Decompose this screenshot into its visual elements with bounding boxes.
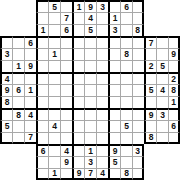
cell-r3c5[interactable] bbox=[60, 36, 72, 48]
outside-area bbox=[24, 12, 36, 24]
cell-r5c14[interactable] bbox=[168, 60, 180, 72]
cell-r11c8[interactable] bbox=[96, 132, 108, 144]
cell-r9c3[interactable] bbox=[36, 108, 48, 120]
cell-r1c8[interactable] bbox=[96, 12, 108, 24]
cell-r8c4[interactable] bbox=[48, 96, 60, 108]
cell-r11c1[interactable] bbox=[12, 132, 24, 144]
cell-r4c7[interactable] bbox=[84, 48, 96, 60]
cell-r11c7[interactable] bbox=[84, 132, 96, 144]
cell-r12c11-given-3[interactable]: 3 bbox=[132, 144, 144, 156]
cell-r10c5[interactable] bbox=[60, 120, 72, 132]
cell-r7c2-given-1[interactable]: 1 bbox=[24, 84, 36, 96]
outside-area bbox=[0, 156, 12, 168]
cell-r11c3[interactable] bbox=[36, 132, 48, 144]
outside-area bbox=[0, 144, 12, 156]
cell-r3c9[interactable] bbox=[108, 36, 120, 48]
cell-r6c7[interactable] bbox=[84, 72, 96, 84]
cell-r4c1[interactable] bbox=[12, 48, 24, 60]
cell-r12c4[interactable] bbox=[48, 144, 60, 156]
cell-r2c6[interactable] bbox=[72, 24, 84, 36]
cell-r14c10-given-8[interactable]: 8 bbox=[120, 168, 132, 180]
cell-r5c7[interactable] bbox=[84, 60, 96, 72]
cell-r6c2[interactable] bbox=[24, 72, 36, 84]
cell-r4c2[interactable] bbox=[24, 48, 36, 60]
cell-r3c2-given-6[interactable]: 6 bbox=[24, 36, 36, 48]
cell-r2c3-given-1[interactable]: 1 bbox=[36, 24, 48, 36]
outside-area bbox=[24, 0, 36, 12]
cell-r7c11[interactable] bbox=[132, 84, 144, 96]
cell-r10c7[interactable] bbox=[84, 120, 96, 132]
cell-r9c6[interactable] bbox=[72, 108, 84, 120]
cell-r4c6[interactable] bbox=[72, 48, 84, 60]
cell-r6c13[interactable] bbox=[156, 72, 168, 84]
outside-area bbox=[144, 168, 156, 180]
cell-r12c9-given-9[interactable]: 9 bbox=[108, 144, 120, 156]
cell-r4c0-given-3[interactable]: 3 bbox=[0, 48, 12, 60]
cell-r11c6[interactable] bbox=[72, 132, 84, 144]
cell-r11c4[interactable] bbox=[48, 132, 60, 144]
cell-r5c8[interactable] bbox=[96, 60, 108, 72]
outside-area bbox=[24, 144, 36, 156]
cell-r6c1[interactable] bbox=[12, 72, 24, 84]
outside-area bbox=[168, 0, 180, 12]
outside-area bbox=[168, 24, 180, 36]
cell-r10c9[interactable] bbox=[108, 120, 120, 132]
outside-area bbox=[0, 168, 12, 180]
cell-r7c9[interactable] bbox=[108, 84, 120, 96]
cell-r14c8-given-4[interactable]: 4 bbox=[96, 168, 108, 180]
cell-r7c6[interactable] bbox=[72, 84, 84, 96]
puzzle-page: 5193674116538673189192542961548818493545… bbox=[0, 0, 180, 180]
cell-r6c8[interactable] bbox=[96, 72, 108, 84]
cell-r9c10[interactable] bbox=[120, 108, 132, 120]
cell-r1c6[interactable] bbox=[72, 12, 84, 24]
cell-r2c11-given-8[interactable]: 8 bbox=[132, 24, 144, 36]
cell-r3c10[interactable] bbox=[120, 36, 132, 48]
outside-area bbox=[156, 144, 168, 156]
outside-area bbox=[156, 156, 168, 168]
cell-r3c0[interactable] bbox=[0, 36, 12, 48]
cell-r9c7[interactable] bbox=[84, 108, 96, 120]
cell-r8c14-given-1[interactable]: 1 bbox=[168, 96, 180, 108]
cell-r0c11[interactable] bbox=[132, 0, 144, 12]
cell-r8c5[interactable] bbox=[60, 96, 72, 108]
cell-r5c13-given-5[interactable]: 5 bbox=[156, 60, 168, 72]
cell-r10c8[interactable] bbox=[96, 120, 108, 132]
outside-area bbox=[168, 144, 180, 156]
cell-r7c14-given-8[interactable]: 8 bbox=[168, 84, 180, 96]
cell-r10c4-given-4[interactable]: 4 bbox=[48, 120, 60, 132]
outside-area bbox=[168, 12, 180, 24]
cell-r10c10-given-5[interactable]: 5 bbox=[120, 120, 132, 132]
cell-r8c13[interactable] bbox=[156, 96, 168, 108]
outside-area bbox=[168, 168, 180, 180]
cell-r11c14[interactable] bbox=[168, 132, 180, 144]
cell-r8c10[interactable] bbox=[120, 96, 132, 108]
cell-r1c4[interactable] bbox=[48, 12, 60, 24]
outside-area bbox=[12, 0, 24, 12]
cell-r2c4[interactable] bbox=[48, 24, 60, 36]
cell-r0c9[interactable] bbox=[108, 0, 120, 12]
cell-r9c9[interactable] bbox=[108, 108, 120, 120]
cell-r5c0[interactable] bbox=[0, 60, 12, 72]
cell-r4c10-given-8[interactable]: 8 bbox=[120, 48, 132, 60]
cell-r14c3[interactable] bbox=[36, 168, 48, 180]
cell-r6c5[interactable] bbox=[60, 72, 72, 84]
cell-r4c3[interactable] bbox=[36, 48, 48, 60]
outside-area bbox=[12, 168, 24, 180]
cell-r12c8[interactable] bbox=[96, 144, 108, 156]
cell-r4c13[interactable] bbox=[156, 48, 168, 60]
cell-r3c13[interactable] bbox=[156, 36, 168, 48]
cell-r3c14[interactable] bbox=[168, 36, 180, 48]
cell-r9c4[interactable] bbox=[48, 108, 60, 120]
cell-r2c8[interactable] bbox=[96, 24, 108, 36]
outside-area bbox=[24, 168, 36, 180]
cell-r10c6[interactable] bbox=[72, 120, 84, 132]
cell-r8c0-given-8[interactable]: 8 bbox=[0, 96, 12, 108]
cell-r6c4[interactable] bbox=[48, 72, 60, 84]
cell-r13c7-given-3[interactable]: 3 bbox=[84, 156, 96, 168]
cell-r12c7-given-1[interactable]: 1 bbox=[84, 144, 96, 156]
cell-r2c10[interactable] bbox=[120, 24, 132, 36]
cell-r10c13[interactable] bbox=[156, 120, 168, 132]
cell-r11c9[interactable] bbox=[108, 132, 120, 144]
cell-r6c6[interactable] bbox=[72, 72, 84, 84]
outside-area bbox=[12, 156, 24, 168]
cell-r7c8[interactable] bbox=[96, 84, 108, 96]
cell-r1c3[interactable] bbox=[36, 12, 48, 24]
cell-r8c11[interactable] bbox=[132, 96, 144, 108]
cell-r5c10[interactable] bbox=[120, 60, 132, 72]
outside-area bbox=[12, 144, 24, 156]
outside-area bbox=[168, 156, 180, 168]
cell-r9c2-given-4[interactable]: 4 bbox=[24, 108, 36, 120]
cell-r11c13[interactable] bbox=[156, 132, 168, 144]
cell-r5c3[interactable] bbox=[36, 60, 48, 72]
cell-r13c11[interactable] bbox=[132, 156, 144, 168]
cell-r0c3[interactable] bbox=[36, 0, 48, 12]
outside-area bbox=[0, 0, 12, 12]
cell-r7c3[interactable] bbox=[36, 84, 48, 96]
cell-r1c9-given-1[interactable]: 1 bbox=[108, 12, 120, 24]
cell-r7c10[interactable] bbox=[120, 84, 132, 96]
cell-r8c7[interactable] bbox=[84, 96, 96, 108]
cell-r7c5[interactable] bbox=[60, 84, 72, 96]
outside-area bbox=[12, 12, 24, 24]
cell-r8c3[interactable] bbox=[36, 96, 48, 108]
outside-area bbox=[156, 0, 168, 12]
cell-r8c8[interactable] bbox=[96, 96, 108, 108]
cell-r13c4[interactable] bbox=[48, 156, 60, 168]
cell-r12c5-given-4[interactable]: 4 bbox=[60, 144, 72, 156]
outside-area bbox=[156, 12, 168, 24]
cell-r10c12[interactable] bbox=[144, 120, 156, 132]
cell-r2c9-given-3[interactable]: 3 bbox=[108, 24, 120, 36]
cell-r10c3[interactable] bbox=[36, 120, 48, 132]
cell-r3c8[interactable] bbox=[96, 36, 108, 48]
cell-r9c14[interactable] bbox=[168, 108, 180, 120]
cell-r0c6-given-1[interactable]: 1 bbox=[72, 0, 84, 12]
cell-r5c1-given-1[interactable]: 1 bbox=[12, 60, 24, 72]
cell-r3c12-given-7[interactable]: 7 bbox=[144, 36, 156, 48]
cell-r1c11[interactable] bbox=[132, 12, 144, 24]
cell-r3c11[interactable] bbox=[132, 36, 144, 48]
cell-r4c5[interactable] bbox=[60, 48, 72, 60]
outside-area bbox=[144, 144, 156, 156]
cell-r4c14-given-9[interactable]: 9 bbox=[168, 48, 180, 60]
cell-r12c10[interactable] bbox=[120, 144, 132, 156]
cell-r11c10[interactable] bbox=[120, 132, 132, 144]
cell-r1c5-given-7[interactable]: 7 bbox=[60, 12, 72, 24]
cell-r10c11[interactable] bbox=[132, 120, 144, 132]
outside-area bbox=[144, 156, 156, 168]
outside-area bbox=[24, 156, 36, 168]
cell-r5c5[interactable] bbox=[60, 60, 72, 72]
outside-area bbox=[156, 168, 168, 180]
outside-area bbox=[144, 12, 156, 24]
cell-r11c5[interactable] bbox=[60, 132, 72, 144]
cell-r9c13-given-3[interactable]: 3 bbox=[156, 108, 168, 120]
cell-r5c11[interactable] bbox=[132, 60, 144, 72]
cell-r9c0[interactable] bbox=[0, 108, 12, 120]
cell-r1c10[interactable] bbox=[120, 12, 132, 24]
cell-r6c0-given-4[interactable]: 4 bbox=[0, 72, 12, 84]
cell-r0c5[interactable] bbox=[60, 0, 72, 12]
cell-r0c7-given-9[interactable]: 9 bbox=[84, 0, 96, 12]
cell-r2c5-given-6[interactable]: 6 bbox=[60, 24, 72, 36]
cell-r9c1-given-8[interactable]: 8 bbox=[12, 108, 24, 120]
cell-r5c4[interactable] bbox=[48, 60, 60, 72]
cell-r6c3[interactable] bbox=[36, 72, 48, 84]
cell-r7c1-given-6[interactable]: 6 bbox=[12, 84, 24, 96]
outside-area bbox=[156, 24, 168, 36]
cell-r9c8[interactable] bbox=[96, 108, 108, 120]
outside-area bbox=[144, 24, 156, 36]
cell-r14c7-given-7[interactable]: 7 bbox=[84, 168, 96, 180]
cell-r6c11[interactable] bbox=[132, 72, 144, 84]
cell-r14c4-given-1[interactable]: 1 bbox=[48, 168, 60, 180]
cell-r7c13-given-4[interactable]: 4 bbox=[156, 84, 168, 96]
cell-r8c1[interactable] bbox=[12, 96, 24, 108]
cell-r3c7[interactable] bbox=[84, 36, 96, 48]
cell-r8c9[interactable] bbox=[108, 96, 120, 108]
board: 5193674116538673189192542961548818493545… bbox=[0, 0, 180, 180]
cell-r11c12-given-8[interactable]: 8 bbox=[144, 132, 156, 144]
cell-r0c10-given-6[interactable]: 6 bbox=[120, 0, 132, 12]
cell-r5c2-given-9[interactable]: 9 bbox=[24, 60, 36, 72]
cell-r4c9[interactable] bbox=[108, 48, 120, 60]
cell-r8c2[interactable] bbox=[24, 96, 36, 108]
cell-r13c3[interactable] bbox=[36, 156, 48, 168]
cell-r5c12-given-2[interactable]: 2 bbox=[144, 60, 156, 72]
cell-r7c0-given-9[interactable]: 9 bbox=[0, 84, 12, 96]
cell-r0c4-given-5[interactable]: 5 bbox=[48, 0, 60, 12]
cell-r13c10[interactable] bbox=[120, 156, 132, 168]
cell-r10c2[interactable] bbox=[24, 120, 36, 132]
cell-r8c6[interactable] bbox=[72, 96, 84, 108]
cell-r9c11[interactable] bbox=[132, 108, 144, 120]
cell-r13c5-given-9[interactable]: 9 bbox=[60, 156, 72, 168]
outside-area bbox=[24, 24, 36, 36]
cell-r12c3-given-6[interactable]: 6 bbox=[36, 144, 48, 156]
cell-r3c3[interactable] bbox=[36, 36, 48, 48]
cell-r8c12[interactable] bbox=[144, 96, 156, 108]
cell-r14c9[interactable] bbox=[108, 168, 120, 180]
cell-r7c12-given-5[interactable]: 5 bbox=[144, 84, 156, 96]
cell-r7c7[interactable] bbox=[84, 84, 96, 96]
cell-r4c11[interactable] bbox=[132, 48, 144, 60]
cell-r11c2-given-7[interactable]: 7 bbox=[24, 132, 36, 144]
cell-r10c14-given-6[interactable]: 6 bbox=[168, 120, 180, 132]
cell-r0c8-given-3[interactable]: 3 bbox=[96, 0, 108, 12]
cell-r14c6-given-9[interactable]: 9 bbox=[72, 168, 84, 180]
cell-r4c12[interactable] bbox=[144, 48, 156, 60]
outside-area bbox=[0, 24, 12, 36]
cell-r5c9[interactable] bbox=[108, 60, 120, 72]
cell-r6c9[interactable] bbox=[108, 72, 120, 84]
outside-area bbox=[0, 12, 12, 24]
cell-r12c6[interactable] bbox=[72, 144, 84, 156]
cell-r11c0[interactable] bbox=[0, 132, 12, 144]
cell-r6c14-given-2[interactable]: 2 bbox=[168, 72, 180, 84]
cell-r4c4-given-1[interactable]: 1 bbox=[48, 48, 60, 60]
cell-r2c7-given-5[interactable]: 5 bbox=[84, 24, 96, 36]
cell-r13c9-given-5[interactable]: 5 bbox=[108, 156, 120, 168]
cell-r14c5[interactable] bbox=[60, 168, 72, 180]
cell-r11c11[interactable] bbox=[132, 132, 144, 144]
cell-r3c4[interactable] bbox=[48, 36, 60, 48]
outside-area bbox=[144, 0, 156, 12]
cell-r7c4[interactable] bbox=[48, 84, 60, 96]
cell-r6c10[interactable] bbox=[120, 72, 132, 84]
cell-r9c5[interactable] bbox=[60, 108, 72, 120]
cell-r10c0-given-5[interactable]: 5 bbox=[0, 120, 12, 132]
outside-area bbox=[12, 24, 24, 36]
cell-r10c1[interactable] bbox=[12, 120, 24, 132]
cell-r1c7-given-4[interactable]: 4 bbox=[84, 12, 96, 24]
cell-r9c12-given-9[interactable]: 9 bbox=[144, 108, 156, 120]
cell-r5c6[interactable] bbox=[72, 60, 84, 72]
cell-r14c11[interactable] bbox=[132, 168, 144, 180]
cell-r4c8[interactable] bbox=[96, 48, 108, 60]
cell-r3c6[interactable] bbox=[72, 36, 84, 48]
cell-r13c6[interactable] bbox=[72, 156, 84, 168]
cell-r6c12[interactable] bbox=[144, 72, 156, 84]
cell-r13c8[interactable] bbox=[96, 156, 108, 168]
cell-r3c1[interactable] bbox=[12, 36, 24, 48]
